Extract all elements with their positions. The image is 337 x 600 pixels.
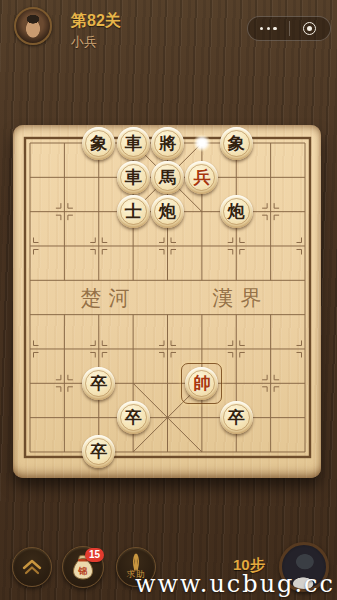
piece-black-cannon[interactable]: 炮 bbox=[220, 195, 253, 228]
piece-glyph: 炮 bbox=[151, 195, 184, 228]
piece-black-pawn[interactable]: 卒 bbox=[82, 367, 115, 400]
piece-black-pawn[interactable]: 卒 bbox=[220, 401, 253, 434]
piece-glyph: 將 bbox=[151, 127, 184, 160]
piece-glyph: 卒 bbox=[82, 367, 115, 400]
piece-black-elephant[interactable]: 象 bbox=[220, 127, 253, 160]
piece-glyph: 士 bbox=[117, 195, 150, 228]
piece-black-cannon[interactable]: 炮 bbox=[151, 195, 184, 228]
svg-text:锦: 锦 bbox=[78, 566, 88, 576]
piece-glyph: 卒 bbox=[117, 401, 150, 434]
miniprogram-capsule bbox=[247, 16, 331, 41]
menu-button[interactable] bbox=[12, 547, 52, 587]
piece-red-general[interactable]: 帥 bbox=[185, 367, 218, 400]
more-button[interactable] bbox=[248, 17, 289, 40]
bag-count-badge: 15 bbox=[85, 548, 104, 562]
piece-glyph: 卒 bbox=[82, 435, 115, 468]
piece-glyph: 兵 bbox=[185, 161, 218, 194]
header: 第82关 小兵 bbox=[0, 0, 337, 60]
watermark: www.ucbug.cc bbox=[135, 570, 335, 598]
more-icon bbox=[260, 27, 264, 31]
piece-black-horse[interactable]: 馬 bbox=[151, 161, 184, 194]
piece-red-pawn[interactable]: 兵 bbox=[185, 161, 218, 194]
piece-black-chariot[interactable]: 車 bbox=[117, 161, 150, 194]
piece-black-pawn[interactable]: 卒 bbox=[82, 435, 115, 468]
piece-black-advisor[interactable]: 士 bbox=[117, 195, 150, 228]
level-title: 第82关 bbox=[71, 11, 121, 32]
piece-black-general[interactable]: 將 bbox=[151, 127, 184, 160]
piece-glyph: 卒 bbox=[220, 401, 253, 434]
piece-glyph: 馬 bbox=[151, 161, 184, 194]
piece-black-elephant[interactable]: 象 bbox=[82, 127, 115, 160]
close-icon bbox=[303, 22, 316, 35]
piece-glyph: 炮 bbox=[220, 195, 253, 228]
move-hint-dot bbox=[193, 134, 211, 152]
piece-black-pawn[interactable]: 卒 bbox=[117, 401, 150, 434]
level-subtitle: 小兵 bbox=[71, 33, 97, 51]
river-label-left: 楚河 bbox=[57, 285, 153, 311]
piece-glyph: 象 bbox=[220, 127, 253, 160]
chevron-up-icon bbox=[21, 558, 43, 576]
piece-glyph: 車 bbox=[117, 161, 150, 194]
piece-glyph: 象 bbox=[82, 127, 115, 160]
xiangqi-board[interactable]: 楚河 漢界 象車將象車馬兵士炮炮卒帥卒卒卒 bbox=[13, 125, 321, 478]
river-label-right: 漢界 bbox=[189, 285, 285, 311]
piece-black-chariot[interactable]: 車 bbox=[117, 127, 150, 160]
piece-glyph: 帥 bbox=[185, 367, 218, 400]
piece-glyph: 車 bbox=[117, 127, 150, 160]
player-avatar bbox=[14, 7, 52, 45]
close-button[interactable] bbox=[290, 17, 331, 40]
